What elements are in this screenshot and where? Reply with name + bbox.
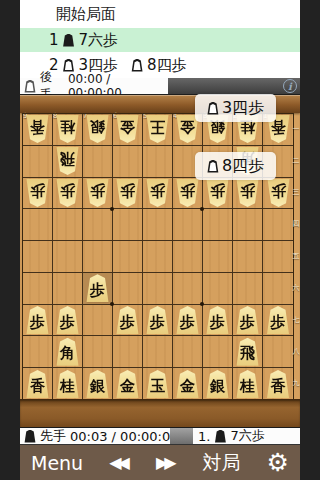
shogi-piece-歩-sente: 歩 — [266, 306, 291, 334]
candidate-move-text: 8四歩 — [222, 156, 264, 177]
board-square-8八[interactable]: 角 — [53, 336, 83, 368]
black-shogi-piece-icon — [24, 430, 36, 443]
menu-button[interactable]: Menu — [31, 452, 83, 474]
shogi-piece-銀-gote: 銀 — [85, 115, 110, 143]
shogi-piece-金-sente: 金 — [175, 370, 200, 398]
board-square-3八[interactable] — [203, 336, 233, 368]
board-square-1九[interactable]: 香 — [263, 368, 293, 400]
rank-label: 五 — [292, 240, 300, 272]
shogi-piece-歩-sente: 歩 — [115, 306, 140, 334]
shogi-piece-銀-sente: 銀 — [205, 370, 230, 398]
shogi-piece-歩-gote: 歩 — [266, 179, 291, 207]
board-square-3九[interactable]: 銀 — [203, 368, 233, 400]
board-square-3六[interactable] — [203, 273, 233, 305]
forward-icon[interactable]: ▶▶ — [156, 453, 177, 472]
gote-clock: 後手 00:00 / 00:00:00 — [20, 78, 168, 94]
board-square-5四[interactable] — [143, 209, 173, 241]
board-square-2四[interactable] — [233, 209, 263, 241]
black-shogi-piece-icon — [214, 430, 226, 443]
shogi-piece-金-sente: 金 — [115, 370, 140, 398]
board-square-7六[interactable]: 歩 — [83, 273, 113, 305]
hoshi-dot — [110, 207, 114, 211]
board-square-4六[interactable] — [173, 273, 203, 305]
sente-side-label: 先手 — [40, 427, 66, 445]
board-square-6四[interactable] — [113, 209, 143, 241]
shogi-piece-角-sente: 角 — [55, 338, 80, 366]
white-shogi-piece-icon — [131, 59, 143, 72]
white-shogi-piece-icon — [24, 80, 36, 93]
shogi-piece-王-gote: 王 — [145, 115, 170, 143]
board-square-7八[interactable] — [83, 336, 113, 368]
board-square-4八[interactable] — [173, 336, 203, 368]
shogi-piece-歩-sente: 歩 — [85, 274, 110, 302]
board-square-9五[interactable] — [23, 241, 53, 273]
shogi-piece-香-gote: 香 — [25, 115, 50, 143]
board-square-8三[interactable]: 歩 — [53, 178, 83, 210]
board-square-2八[interactable]: 飛 — [233, 336, 263, 368]
board-square-5九[interactable]: 玉 — [143, 368, 173, 400]
shogi-piece-歩-sente: 歩 — [175, 306, 200, 334]
shogi-piece-歩-gote: 歩 — [25, 179, 50, 207]
rank-label: 二 — [292, 145, 300, 177]
shogi-piece-桂-sente: 桂 — [235, 370, 260, 398]
candidate-move-overlay-2[interactable]: 8四歩 — [195, 152, 276, 180]
shogi-piece-歩-gote: 歩 — [235, 179, 260, 207]
rank-label: 四 — [292, 208, 300, 240]
board-square-7四[interactable] — [83, 209, 113, 241]
shogi-piece-歩-gote: 歩 — [145, 179, 170, 207]
black-shogi-piece-icon — [63, 34, 75, 47]
board-square-8二[interactable]: 飛 — [53, 146, 83, 178]
board-frame-bottom — [20, 399, 300, 427]
bottom-toolbar: Menu ◀◀ ▶▶ 対局 ⚙ — [20, 445, 300, 480]
gote-clock-bar: 後手 00:00 / 00:00:00 i — [20, 78, 300, 95]
board-square-8五[interactable] — [53, 241, 83, 273]
board-square-3三[interactable]: 歩 — [203, 178, 233, 210]
current-move-display: 1. 7六歩 — [198, 428, 265, 444]
rank-label: 九 — [292, 367, 300, 399]
rank-label: 七 — [292, 304, 300, 336]
board-square-9九[interactable]: 香 — [23, 368, 53, 400]
gear-icon[interactable]: ⚙ — [267, 450, 289, 475]
board-square-2五[interactable] — [233, 241, 263, 273]
move-row-start[interactable]: 開始局面 — [20, 0, 300, 28]
board-square-9二[interactable] — [23, 146, 53, 178]
play-game-button[interactable]: 対局 — [203, 450, 241, 476]
white-shogi-piece-icon — [207, 160, 219, 173]
board-square-5五[interactable] — [143, 241, 173, 273]
board-square-1四[interactable] — [263, 209, 293, 241]
shogi-piece-香-sente: 香 — [266, 370, 291, 398]
candidate-move-text: 3四歩 — [222, 98, 264, 119]
board-square-3五[interactable] — [203, 241, 233, 273]
board-square-7三[interactable]: 歩 — [83, 178, 113, 210]
shogi-piece-歩-gote: 歩 — [55, 179, 80, 207]
board-square-8六[interactable] — [53, 273, 83, 305]
board-square-4九[interactable]: 金 — [173, 368, 203, 400]
board-square-2九[interactable]: 桂 — [233, 368, 263, 400]
board-square-6六[interactable] — [113, 273, 143, 305]
board-square-4五[interactable] — [173, 241, 203, 273]
shogi-piece-歩-sente: 歩 — [25, 306, 50, 334]
shogi-app-screen: 開始局面 1 7六歩 2 3四歩 8四歩 後手 00:00 / 00:00:00… — [20, 0, 300, 480]
rank-label: 六 — [292, 272, 300, 304]
board-square-5三[interactable]: 歩 — [143, 178, 173, 210]
shogi-piece-歩-sente: 歩 — [145, 306, 170, 334]
shogi-piece-歩-gote: 歩 — [115, 179, 140, 207]
current-move-number: 1. — [198, 429, 210, 444]
hoshi-dot — [110, 302, 114, 306]
board-square-4三[interactable]: 歩 — [173, 178, 203, 210]
rank-label: 一 — [292, 113, 300, 145]
shogi-piece-歩-gote: 歩 — [85, 179, 110, 207]
board-square-5七[interactable]: 歩 — [143, 305, 173, 337]
rank-label: 三 — [292, 177, 300, 209]
board-square-6一[interactable]: 金 — [113, 114, 143, 146]
rewind-icon[interactable]: ◀◀ — [109, 453, 130, 472]
shogi-piece-歩-sente: 歩 — [235, 306, 260, 334]
rank-label: 八 — [292, 335, 300, 367]
board-square-8七[interactable]: 歩 — [53, 305, 83, 337]
move-number: 1 — [49, 31, 59, 49]
board-square-6五[interactable] — [113, 241, 143, 273]
board-square-9七[interactable]: 歩 — [23, 305, 53, 337]
board-square-5八[interactable] — [143, 336, 173, 368]
board-square-7七[interactable] — [83, 305, 113, 337]
rank-coordinate-labels: 一二三四五六七八九 — [292, 113, 300, 399]
shogi-piece-桂-gote: 桂 — [55, 115, 80, 143]
board-square-4四[interactable] — [173, 209, 203, 241]
board-square-6二[interactable] — [113, 146, 143, 178]
shogi-piece-歩-gote: 歩 — [205, 179, 230, 207]
sente-time: 00:03 / 00:00:03 — [70, 429, 179, 444]
shogi-piece-飛-gote: 飛 — [55, 147, 80, 175]
white-shogi-piece-icon — [63, 59, 75, 72]
board-square-3七[interactable]: 歩 — [203, 305, 233, 337]
board-square-1八[interactable] — [263, 336, 293, 368]
board-square-1七[interactable]: 歩 — [263, 305, 293, 337]
candidate-move-overlay-1[interactable]: 3四歩 — [195, 94, 276, 122]
board-square-7一[interactable]: 銀 — [83, 114, 113, 146]
board-square-7五[interactable] — [83, 241, 113, 273]
board-square-2六[interactable] — [233, 273, 263, 305]
board-square-5一[interactable]: 王 — [143, 114, 173, 146]
shogi-piece-香-sente: 香 — [25, 370, 50, 398]
current-move-text: 7六歩 — [230, 427, 264, 445]
board-square-7二[interactable] — [83, 146, 113, 178]
board-square-7九[interactable]: 銀 — [83, 368, 113, 400]
board-square-9一[interactable]: 香 — [23, 114, 53, 146]
board-square-4七[interactable]: 歩 — [173, 305, 203, 337]
shogi-piece-桂-sente: 桂 — [55, 370, 80, 398]
shogi-board-area: 987654321 香桂銀金王金銀桂香飛角歩歩歩歩歩歩歩歩歩歩歩歩歩歩歩歩歩歩角… — [20, 95, 300, 427]
shogi-piece-歩-gote: 歩 — [175, 179, 200, 207]
board-square-9八[interactable] — [23, 336, 53, 368]
board-square-9四[interactable] — [23, 209, 53, 241]
shogi-piece-歩-sente: 歩 — [205, 306, 230, 334]
board-square-9三[interactable]: 歩 — [23, 178, 53, 210]
board-square-6八[interactable] — [113, 336, 143, 368]
shogi-piece-銀-sente: 銀 — [85, 370, 110, 398]
board-square-2三[interactable]: 歩 — [233, 178, 263, 210]
info-icon[interactable]: i — [283, 79, 297, 93]
shogi-piece-玉-sente: 玉 — [145, 370, 170, 398]
move-text: 7六歩 — [79, 31, 119, 50]
board-square-5六[interactable] — [143, 273, 173, 305]
shogi-piece-金-gote: 金 — [115, 115, 140, 143]
board-square-1五[interactable] — [263, 241, 293, 273]
board-square-8一[interactable]: 桂 — [53, 114, 83, 146]
board-square-2七[interactable]: 歩 — [233, 305, 263, 337]
board-square-8九[interactable]: 桂 — [53, 368, 83, 400]
shogi-piece-飛-sente: 飛 — [235, 338, 260, 366]
board-square-1六[interactable] — [263, 273, 293, 305]
move-seek-thumb[interactable] — [170, 428, 193, 444]
move-row-1-selected[interactable]: 1 7六歩 — [20, 28, 300, 52]
start-position-label: 開始局面 — [56, 5, 116, 24]
hoshi-dot — [200, 302, 204, 306]
hoshi-dot — [200, 207, 204, 211]
board-square-1三[interactable]: 歩 — [263, 178, 293, 210]
board-square-5二[interactable] — [143, 146, 173, 178]
sente-clock-bar: 先手 00:03 / 00:00:03 1. 7六歩 — [20, 427, 300, 445]
board-square-3四[interactable] — [203, 209, 233, 241]
board-square-6七[interactable]: 歩 — [113, 305, 143, 337]
white-shogi-piece-icon — [207, 102, 219, 115]
sente-clock: 先手 00:03 / 00:00:03 — [24, 428, 179, 444]
board-square-8四[interactable] — [53, 209, 83, 241]
board-square-6三[interactable]: 歩 — [113, 178, 143, 210]
board-square-9六[interactable] — [23, 273, 53, 305]
shogi-piece-歩-sente: 歩 — [55, 306, 80, 334]
board-square-6九[interactable]: 金 — [113, 368, 143, 400]
